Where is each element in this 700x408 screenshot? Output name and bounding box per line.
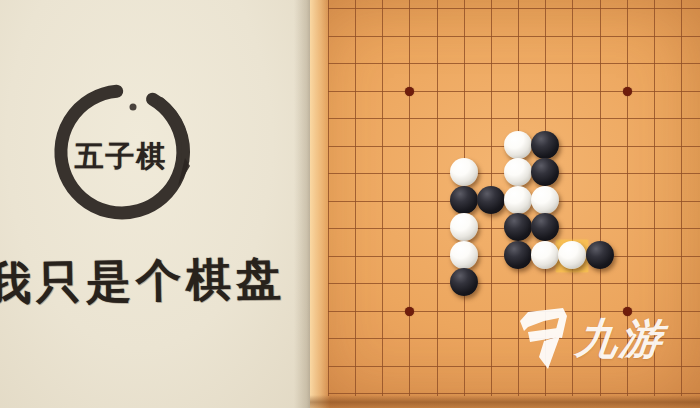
grid-line-vertical xyxy=(328,0,329,396)
game-title: 五子棋 xyxy=(58,137,184,177)
star-point xyxy=(623,87,632,96)
stone-black xyxy=(531,213,559,241)
stone-black xyxy=(586,241,614,269)
9game-logo-icon xyxy=(518,305,572,373)
grid-line-vertical xyxy=(681,0,682,396)
stone-black xyxy=(504,213,532,241)
stone-black xyxy=(531,131,559,159)
stone-black xyxy=(504,241,532,269)
grid-line-vertical xyxy=(355,0,356,396)
grid-line-horizontal xyxy=(328,8,700,9)
grid-line-horizontal xyxy=(328,91,700,92)
screenshot-root: 五子棋 我只是个棋盘 九游 xyxy=(0,0,700,408)
board-bottom-edge xyxy=(310,395,700,408)
caption-text: 我只是个棋盘 xyxy=(0,248,316,314)
grid-line-horizontal xyxy=(328,283,700,284)
stone-white xyxy=(504,131,532,159)
grid-line-horizontal xyxy=(328,118,700,119)
stone-black xyxy=(450,268,478,296)
grid-line-vertical xyxy=(409,0,410,396)
grid-line-vertical xyxy=(382,0,383,396)
star-point xyxy=(405,307,414,316)
stone-white xyxy=(531,186,559,214)
grid-line-vertical xyxy=(437,0,438,396)
stone-white xyxy=(450,213,478,241)
left-panel: 五子棋 我只是个棋盘 xyxy=(0,0,310,408)
stone-white xyxy=(450,158,478,186)
board-left-edge xyxy=(310,0,330,408)
grid-line-horizontal xyxy=(328,36,700,37)
stone-white xyxy=(450,241,478,269)
stone-white xyxy=(558,241,586,269)
panel-edge-shadow xyxy=(294,0,310,408)
stone-black xyxy=(450,186,478,214)
stone-black xyxy=(531,158,559,186)
watermark: 九游 xyxy=(518,305,664,373)
stone-white xyxy=(531,241,559,269)
star-point xyxy=(405,87,414,96)
gomoku-board[interactable]: 九游 xyxy=(310,0,700,408)
stone-black xyxy=(477,186,505,214)
watermark-text: 九游 xyxy=(574,318,666,360)
grid-line-horizontal xyxy=(328,63,700,64)
stone-white xyxy=(504,158,532,186)
grid-line-horizontal xyxy=(328,393,700,394)
stone-white xyxy=(504,186,532,214)
